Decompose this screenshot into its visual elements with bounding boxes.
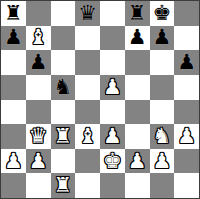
piece-black-pawn: ♟ (177, 52, 196, 73)
square-h6[interactable]: ♟ (174, 50, 199, 75)
square-a4[interactable] (1, 100, 26, 125)
square-a8[interactable]: ♜ (1, 1, 26, 26)
square-g3[interactable]: ♞ (150, 124, 175, 149)
square-g1[interactable] (150, 173, 175, 198)
square-f6[interactable] (125, 50, 150, 75)
square-b5[interactable] (26, 75, 51, 100)
square-a6[interactable] (1, 50, 26, 75)
square-d3[interactable]: ♝ (75, 124, 100, 149)
square-c8[interactable] (51, 1, 76, 26)
square-f8[interactable]: ♜ (125, 1, 150, 26)
square-d4[interactable] (75, 100, 100, 125)
square-f1[interactable] (125, 173, 150, 198)
square-b3[interactable]: ♛ (26, 124, 51, 149)
square-h2[interactable] (174, 149, 199, 174)
square-a1[interactable] (1, 173, 26, 198)
piece-white-bishop: ♝ (29, 27, 48, 48)
square-f2[interactable]: ♟ (125, 149, 150, 174)
piece-white-rook: ♜ (53, 175, 72, 196)
piece-black-knight: ♞ (53, 77, 72, 98)
square-d5[interactable] (75, 75, 100, 100)
square-c2[interactable] (51, 149, 76, 174)
piece-white-pawn: ♟ (103, 77, 122, 98)
square-h7[interactable] (174, 26, 199, 51)
square-g6[interactable] (150, 50, 175, 75)
square-b8[interactable] (26, 1, 51, 26)
piece-white-pawn: ♟ (177, 126, 196, 147)
square-d7[interactable] (75, 26, 100, 51)
square-c3[interactable]: ♜ (51, 124, 76, 149)
piece-white-pawn: ♟ (103, 126, 122, 147)
piece-white-pawn: ♟ (128, 151, 147, 172)
square-c4[interactable] (51, 100, 76, 125)
square-e6[interactable] (100, 50, 125, 75)
square-a5[interactable] (1, 75, 26, 100)
piece-white-pawn: ♟ (152, 151, 171, 172)
square-g2[interactable]: ♟ (150, 149, 175, 174)
piece-white-pawn: ♟ (29, 151, 48, 172)
square-e7[interactable] (100, 26, 125, 51)
square-d6[interactable] (75, 50, 100, 75)
piece-black-pawn: ♟ (29, 52, 48, 73)
square-h5[interactable] (174, 75, 199, 100)
square-g7[interactable]: ♟ (150, 26, 175, 51)
square-g8[interactable]: ♚ (150, 1, 175, 26)
piece-white-bishop: ♝ (78, 126, 97, 147)
square-f4[interactable] (125, 100, 150, 125)
square-a7[interactable]: ♟ (1, 26, 26, 51)
square-g4[interactable] (150, 100, 175, 125)
square-e1[interactable] (100, 173, 125, 198)
piece-black-pawn: ♟ (128, 27, 147, 48)
square-c5[interactable]: ♞ (51, 75, 76, 100)
square-c1[interactable]: ♜ (51, 173, 76, 198)
square-e8[interactable] (100, 1, 125, 26)
square-c7[interactable] (51, 26, 76, 51)
square-d8[interactable]: ♛ (75, 1, 100, 26)
piece-white-knight: ♞ (152, 126, 171, 147)
square-a2[interactable]: ♟ (1, 149, 26, 174)
square-f5[interactable] (125, 75, 150, 100)
piece-black-pawn: ♟ (152, 27, 171, 48)
square-f3[interactable] (125, 124, 150, 149)
square-h3[interactable]: ♟ (174, 124, 199, 149)
square-b4[interactable] (26, 100, 51, 125)
square-g5[interactable] (150, 75, 175, 100)
square-e3[interactable]: ♟ (100, 124, 125, 149)
piece-white-king: ♚ (103, 151, 122, 172)
piece-black-rook: ♜ (4, 3, 23, 24)
chess-board: ♜♛♜♚♟♝♟♟♟♟♞♟♛♜♝♟♞♟♟♟♚♟♟♜ (1, 1, 199, 198)
chess-board-frame: ♜♛♜♚♟♝♟♟♟♟♞♟♛♜♝♟♞♟♟♟♚♟♟♜ (0, 0, 200, 199)
piece-white-pawn: ♟ (4, 151, 23, 172)
square-b7[interactable]: ♝ (26, 26, 51, 51)
square-e5[interactable]: ♟ (100, 75, 125, 100)
piece-black-king: ♚ (152, 3, 171, 24)
square-h8[interactable] (174, 1, 199, 26)
square-e2[interactable]: ♚ (100, 149, 125, 174)
square-d1[interactable] (75, 173, 100, 198)
piece-black-queen: ♛ (78, 3, 97, 24)
piece-white-queen: ♛ (29, 126, 48, 147)
square-b1[interactable] (26, 173, 51, 198)
square-a3[interactable] (1, 124, 26, 149)
piece-black-pawn: ♟ (4, 27, 23, 48)
square-b2[interactable]: ♟ (26, 149, 51, 174)
square-e4[interactable] (100, 100, 125, 125)
piece-white-rook: ♜ (53, 126, 72, 147)
square-f7[interactable]: ♟ (125, 26, 150, 51)
piece-black-rook: ♜ (128, 3, 147, 24)
square-b6[interactable]: ♟ (26, 50, 51, 75)
square-c6[interactable] (51, 50, 76, 75)
square-h1[interactable] (174, 173, 199, 198)
square-h4[interactable] (174, 100, 199, 125)
square-d2[interactable] (75, 149, 100, 174)
